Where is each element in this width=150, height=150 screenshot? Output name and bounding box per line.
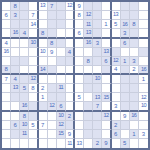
cell-r1c15[interactable] bbox=[130, 2, 139, 11]
cell-r6c4[interactable] bbox=[29, 48, 38, 57]
cell-r3c4[interactable]: 14 bbox=[29, 20, 38, 29]
cell-r12c5[interactable] bbox=[39, 102, 48, 111]
cell-r3c9[interactable] bbox=[75, 20, 84, 29]
cell-r9c9[interactable] bbox=[75, 75, 84, 84]
cell-r7c2[interactable] bbox=[11, 57, 20, 66]
cell-r16c8[interactable]: 11 bbox=[66, 139, 75, 148]
cell-r9c10[interactable] bbox=[84, 75, 93, 84]
cell-r1c12[interactable] bbox=[102, 2, 111, 11]
cell-r6c14[interactable] bbox=[121, 48, 130, 57]
cell-r14c9[interactable] bbox=[75, 121, 84, 130]
cell-r11c15[interactable] bbox=[130, 93, 139, 102]
cell-r2c15[interactable] bbox=[130, 11, 139, 20]
cell-r12c11[interactable]: 7 bbox=[93, 102, 102, 111]
cell-r9c5[interactable] bbox=[39, 75, 48, 84]
cell-r8c6[interactable] bbox=[48, 66, 57, 75]
cell-r2c8[interactable] bbox=[66, 11, 75, 20]
cell-r1c8[interactable]: 12 bbox=[66, 2, 75, 11]
cell-r2c11[interactable] bbox=[93, 11, 102, 20]
cell-r8c12[interactable] bbox=[102, 66, 111, 75]
cell-r14c11[interactable] bbox=[93, 121, 102, 130]
cell-r10c3[interactable]: 5 bbox=[20, 84, 29, 93]
cell-r13c9[interactable] bbox=[75, 112, 84, 121]
cell-r11c5[interactable]: 1 bbox=[39, 93, 48, 102]
cell-r12c10[interactable] bbox=[84, 102, 93, 111]
cell-r5c11[interactable]: 3 bbox=[93, 39, 102, 48]
cell-r15c14[interactable] bbox=[121, 130, 130, 139]
cell-r1c9[interactable]: 9 bbox=[75, 2, 84, 11]
cell-r16c1[interactable] bbox=[2, 139, 11, 148]
cell-r9c16[interactable]: 1 bbox=[139, 75, 148, 84]
cell-r8c15[interactable]: 2 bbox=[130, 66, 139, 75]
cell-r7c4[interactable] bbox=[29, 57, 38, 66]
cell-r15c5[interactable] bbox=[39, 130, 48, 139]
cell-r2c1[interactable]: 6 bbox=[2, 11, 11, 20]
cell-r10c16[interactable] bbox=[139, 84, 148, 93]
cell-r5c4[interactable]: 10 bbox=[29, 39, 38, 48]
cell-r5c9[interactable] bbox=[75, 39, 84, 48]
cell-r11c10[interactable] bbox=[84, 93, 93, 102]
cell-r6c9[interactable] bbox=[75, 48, 84, 57]
cell-r8c2[interactable] bbox=[11, 66, 20, 75]
cell-r1c1[interactable] bbox=[2, 2, 11, 11]
cell-r1c4[interactable] bbox=[29, 2, 38, 11]
cell-r4c5[interactable]: 8 bbox=[39, 29, 48, 38]
cell-r15c1[interactable] bbox=[2, 130, 11, 139]
cell-r14c16[interactable] bbox=[139, 121, 148, 130]
cell-r9c13[interactable] bbox=[112, 75, 121, 84]
cell-r13c4[interactable] bbox=[29, 112, 38, 121]
cell-r6c11[interactable] bbox=[93, 48, 102, 57]
cell-r2c13[interactable]: 13 bbox=[112, 11, 121, 20]
cell-r4c3[interactable]: 4 bbox=[20, 29, 29, 38]
cell-r5c3[interactable] bbox=[20, 39, 29, 48]
cell-r4c9[interactable]: 6 bbox=[75, 29, 84, 38]
cell-r9c12[interactable] bbox=[102, 75, 111, 84]
cell-r7c16[interactable] bbox=[139, 57, 148, 66]
cell-r8c8[interactable] bbox=[66, 66, 75, 75]
cell-r13c3[interactable]: 8 bbox=[20, 112, 29, 121]
cell-r2c10[interactable]: 12 bbox=[84, 11, 93, 20]
cell-r14c3[interactable]: 10 bbox=[20, 121, 29, 130]
cell-r2c6[interactable] bbox=[48, 11, 57, 20]
cell-r6c13[interactable] bbox=[112, 48, 121, 57]
cell-r4c12[interactable] bbox=[102, 29, 111, 38]
cell-r4c11[interactable] bbox=[93, 29, 102, 38]
cell-r15c4[interactable] bbox=[29, 130, 38, 139]
cell-r4c2[interactable]: 16 bbox=[11, 29, 20, 38]
cell-r1c13[interactable] bbox=[112, 2, 121, 11]
cell-r16c2[interactable] bbox=[11, 139, 20, 148]
cell-r13c13[interactable] bbox=[112, 112, 121, 121]
cell-r9c11[interactable]: 10 bbox=[93, 75, 102, 84]
cell-r6c3[interactable] bbox=[20, 48, 29, 57]
cell-r11c4[interactable] bbox=[29, 93, 38, 102]
cell-r7c5[interactable] bbox=[39, 57, 48, 66]
cell-r1c3[interactable] bbox=[20, 2, 29, 11]
cell-r16c10[interactable] bbox=[84, 139, 93, 148]
cell-r6c12[interactable]: 13 bbox=[102, 48, 111, 57]
cell-r9c3[interactable] bbox=[20, 75, 29, 84]
cell-r10c8[interactable] bbox=[66, 84, 75, 93]
cell-r3c11[interactable] bbox=[93, 20, 102, 29]
cell-r10c15[interactable] bbox=[130, 84, 139, 93]
cell-r12c2[interactable] bbox=[11, 102, 20, 111]
cell-r2c2[interactable]: 3 bbox=[11, 11, 20, 20]
cell-r11c13[interactable] bbox=[112, 93, 121, 102]
cell-r15c2[interactable] bbox=[11, 130, 20, 139]
cell-r2c12[interactable] bbox=[102, 11, 111, 20]
cell-r13c2[interactable] bbox=[11, 112, 20, 121]
cell-r4c14[interactable]: 3 bbox=[121, 29, 130, 38]
cell-r12c15[interactable] bbox=[130, 102, 139, 111]
cell-r7c15[interactable]: 3 bbox=[130, 57, 139, 66]
cell-r13c12[interactable]: 12 bbox=[102, 112, 111, 121]
cell-r5c15[interactable] bbox=[130, 39, 139, 48]
cell-r7c3[interactable] bbox=[20, 57, 29, 66]
cell-r10c14[interactable] bbox=[121, 84, 130, 93]
cell-r1c14[interactable] bbox=[121, 2, 130, 11]
cell-r16c11[interactable]: 2 bbox=[93, 139, 102, 148]
cell-r3c6[interactable] bbox=[48, 20, 57, 29]
cell-r5c12[interactable] bbox=[102, 39, 111, 48]
cell-r10c7[interactable]: 11 bbox=[57, 84, 66, 93]
cell-r4c13[interactable] bbox=[112, 29, 121, 38]
cell-r16c13[interactable] bbox=[112, 139, 121, 148]
cell-r14c6[interactable] bbox=[48, 121, 57, 130]
cell-r2c7[interactable] bbox=[57, 11, 66, 20]
cell-r10c9[interactable] bbox=[75, 84, 84, 93]
cell-r6c1[interactable]: 16 bbox=[2, 48, 11, 57]
cell-r14c10[interactable] bbox=[84, 121, 93, 130]
cell-r11c14[interactable] bbox=[121, 93, 130, 102]
cell-r8c3[interactable] bbox=[20, 66, 29, 75]
cell-r7c9[interactable] bbox=[75, 57, 84, 66]
cell-r16c6[interactable] bbox=[48, 139, 57, 148]
cell-r6c8[interactable]: 4 bbox=[66, 48, 75, 57]
cell-r2c4[interactable]: 7 bbox=[29, 11, 38, 20]
cell-r11c7[interactable] bbox=[57, 93, 66, 102]
cell-r15c9[interactable] bbox=[75, 130, 84, 139]
cell-r9c4[interactable]: 12 bbox=[29, 75, 38, 84]
cell-r7c7[interactable] bbox=[57, 57, 66, 66]
cell-r11c2[interactable] bbox=[11, 93, 20, 102]
cell-r9c2[interactable]: 4 bbox=[11, 75, 20, 84]
cell-r12c3[interactable]: 16 bbox=[20, 102, 29, 111]
cell-r8c4[interactable] bbox=[29, 66, 38, 75]
cell-r2c9[interactable]: 8 bbox=[75, 11, 84, 20]
cell-r13c5[interactable] bbox=[39, 112, 48, 121]
cell-r15c3[interactable]: 11 bbox=[20, 130, 29, 139]
cell-r4c8[interactable] bbox=[66, 29, 75, 38]
cell-r13c7[interactable]: 10 bbox=[57, 112, 66, 121]
cell-r3c13[interactable]: 5 bbox=[112, 20, 121, 29]
cell-r5c16[interactable] bbox=[139, 39, 148, 48]
cell-r4c16[interactable] bbox=[139, 29, 148, 38]
cell-r12c6[interactable]: 12 bbox=[48, 102, 57, 111]
cell-r2c14[interactable] bbox=[121, 11, 130, 20]
cell-r16c5[interactable] bbox=[39, 139, 48, 148]
cell-r13c15[interactable]: 16 bbox=[130, 112, 139, 121]
cell-r12c7[interactable]: 6 bbox=[57, 102, 66, 111]
cell-r11c12[interactable]: 15 bbox=[102, 93, 111, 102]
cell-r12c13[interactable]: 3 bbox=[112, 102, 121, 111]
cell-r9c6[interactable] bbox=[48, 75, 57, 84]
cell-r14c15[interactable] bbox=[130, 121, 139, 130]
cell-r13c16[interactable] bbox=[139, 112, 148, 121]
cell-r6c7[interactable] bbox=[57, 48, 66, 57]
cell-r13c10[interactable] bbox=[84, 112, 93, 121]
cell-r8c5[interactable]: 14 bbox=[39, 66, 48, 75]
cell-r14c5[interactable]: 7 bbox=[39, 121, 48, 130]
cell-r13c1[interactable] bbox=[2, 112, 11, 121]
cell-r2c5[interactable] bbox=[39, 11, 48, 20]
cell-r10c12[interactable] bbox=[102, 84, 111, 93]
cell-r2c16[interactable] bbox=[139, 11, 148, 20]
cell-r9c7[interactable] bbox=[57, 75, 66, 84]
cell-r10c6[interactable] bbox=[48, 84, 57, 93]
cell-r6c15[interactable] bbox=[130, 48, 139, 57]
cell-r1c6[interactable]: 7 bbox=[48, 2, 57, 11]
cell-r12c4[interactable] bbox=[29, 102, 38, 111]
cell-r3c12[interactable]: 1 bbox=[102, 20, 111, 29]
cell-r10c4[interactable]: 8 bbox=[29, 84, 38, 93]
cell-r7c1[interactable] bbox=[2, 57, 11, 66]
cell-r5c1[interactable]: 4 bbox=[2, 39, 11, 48]
cell-r14c14[interactable] bbox=[121, 121, 130, 130]
cell-r14c13[interactable]: 2 bbox=[112, 121, 121, 130]
cell-r5c2[interactable] bbox=[11, 39, 20, 48]
cell-r6c6[interactable]: 9 bbox=[48, 48, 57, 57]
cell-r10c10[interactable] bbox=[84, 84, 93, 93]
cell-r7c14[interactable]: 1 bbox=[121, 57, 130, 66]
cell-r9c14[interactable] bbox=[121, 75, 130, 84]
cell-r11c1[interactable] bbox=[2, 93, 11, 102]
cell-r12c9[interactable] bbox=[75, 102, 84, 111]
cell-r5c6[interactable]: 8 bbox=[48, 39, 57, 48]
cell-r13c11[interactable] bbox=[93, 112, 102, 121]
cell-r15c11[interactable] bbox=[93, 130, 102, 139]
cell-r1c5[interactable]: 13 bbox=[39, 2, 48, 11]
cell-r8c9[interactable] bbox=[75, 66, 84, 75]
cell-r12c12[interactable] bbox=[102, 102, 111, 111]
cell-r16c7[interactable] bbox=[57, 139, 66, 148]
cell-r5c7[interactable] bbox=[57, 39, 66, 48]
cell-r3c15[interactable]: 8 bbox=[130, 20, 139, 29]
cell-r8c11[interactable] bbox=[93, 66, 102, 75]
cell-r4c15[interactable] bbox=[130, 29, 139, 38]
cell-r12c14[interactable] bbox=[121, 102, 130, 111]
cell-r7c12[interactable]: 6 bbox=[102, 57, 111, 66]
sudoku-16x16-board: 8137129637812131411151681648613341081636… bbox=[0, 0, 150, 150]
cell-r14c7[interactable]: 12 bbox=[57, 121, 66, 130]
cell-r16c15[interactable] bbox=[130, 139, 139, 148]
cell-r1c7[interactable] bbox=[57, 2, 66, 11]
cell-r6c16[interactable] bbox=[139, 48, 148, 57]
cell-r3c14[interactable]: 16 bbox=[121, 20, 130, 29]
cell-r9c1[interactable]: 7 bbox=[2, 75, 11, 84]
cell-r15c8[interactable]: 9 bbox=[66, 130, 75, 139]
cell-r1c2[interactable]: 8 bbox=[11, 2, 20, 11]
cell-r5c14[interactable]: 6 bbox=[121, 39, 130, 48]
cell-r16c16[interactable] bbox=[139, 139, 148, 148]
cell-r6c2[interactable] bbox=[11, 48, 20, 57]
cell-r16c12[interactable]: 9 bbox=[102, 139, 111, 148]
cell-r15c10[interactable] bbox=[84, 130, 93, 139]
cell-r3c7[interactable] bbox=[57, 20, 66, 29]
cell-r14c12[interactable] bbox=[102, 121, 111, 130]
cell-r5c13[interactable] bbox=[112, 39, 121, 48]
cell-r4c6[interactable] bbox=[48, 29, 57, 38]
cell-r16c3[interactable] bbox=[20, 139, 29, 148]
cell-r15c15[interactable]: 1 bbox=[130, 130, 139, 139]
cell-r7c10[interactable]: 8 bbox=[84, 57, 93, 66]
cell-r15c16[interactable]: 3 bbox=[139, 130, 148, 139]
cell-r15c7[interactable]: 15 bbox=[57, 130, 66, 139]
cell-r11c6[interactable] bbox=[48, 93, 57, 102]
cell-r11c8[interactable] bbox=[66, 93, 75, 102]
cell-r8c16[interactable]: 16 bbox=[139, 66, 148, 75]
cell-r3c16[interactable] bbox=[139, 20, 148, 29]
cell-r7c8[interactable] bbox=[66, 57, 75, 66]
cell-r8c7[interactable] bbox=[57, 66, 66, 75]
cell-r4c1[interactable] bbox=[2, 29, 11, 38]
cell-r1c10[interactable] bbox=[84, 2, 93, 11]
cell-r5c8[interactable] bbox=[66, 39, 75, 48]
cell-r15c6[interactable] bbox=[48, 130, 57, 139]
cell-r3c8[interactable] bbox=[66, 20, 75, 29]
cell-r12c16[interactable]: 10 bbox=[139, 102, 148, 111]
cell-r11c3[interactable] bbox=[20, 93, 29, 102]
cell-r16c4[interactable] bbox=[29, 139, 38, 148]
cell-r11c9[interactable]: 5 bbox=[75, 93, 84, 102]
cell-r7c6[interactable] bbox=[48, 57, 57, 66]
cell-r13c6[interactable] bbox=[48, 112, 57, 121]
cell-r9c8[interactable] bbox=[66, 75, 75, 84]
cell-r10c11[interactable] bbox=[93, 84, 102, 93]
cell-r4c4[interactable] bbox=[29, 29, 38, 38]
cell-r6c10[interactable] bbox=[84, 48, 93, 57]
cell-r15c13[interactable]: 6 bbox=[112, 130, 121, 139]
cell-r12c1[interactable] bbox=[2, 102, 11, 111]
cell-r13c8[interactable]: 2 bbox=[66, 112, 75, 121]
cell-r15c12[interactable] bbox=[102, 130, 111, 139]
cell-r16c14[interactable]: 5 bbox=[121, 139, 130, 148]
cell-r14c8[interactable] bbox=[66, 121, 75, 130]
cell-r8c13[interactable]: 4 bbox=[112, 66, 121, 75]
cell-r3c2[interactable] bbox=[11, 20, 20, 29]
cell-r8c10[interactable] bbox=[84, 66, 93, 75]
cell-r6c5[interactable]: 10 bbox=[39, 48, 48, 57]
cell-r3c10[interactable]: 11 bbox=[84, 20, 93, 29]
cell-r7c13[interactable]: 12 bbox=[112, 57, 121, 66]
cell-r8c1[interactable]: 8 bbox=[2, 66, 11, 75]
cell-r1c16[interactable] bbox=[139, 2, 148, 11]
cell-r5c5[interactable] bbox=[39, 39, 48, 48]
cell-r4c7[interactable] bbox=[57, 29, 66, 38]
cell-r14c4[interactable]: 5 bbox=[29, 121, 38, 130]
cell-r9c15[interactable] bbox=[130, 75, 139, 84]
cell-r10c5[interactable]: 2 bbox=[39, 84, 48, 93]
cell-r11c11[interactable]: 13 bbox=[93, 93, 102, 102]
cell-r16c9[interactable]: 13 bbox=[75, 139, 84, 148]
cell-r2c3[interactable] bbox=[20, 11, 29, 20]
cell-r13c14[interactable]: 9 bbox=[121, 112, 130, 121]
cell-r3c5[interactable] bbox=[39, 20, 48, 29]
cell-r7c11[interactable] bbox=[93, 57, 102, 66]
cell-r3c3[interactable] bbox=[20, 20, 29, 29]
cell-r14c2[interactable]: 6 bbox=[11, 121, 20, 130]
cell-r1c11[interactable] bbox=[93, 2, 102, 11]
cell-r5c10[interactable]: 16 bbox=[84, 39, 93, 48]
cell-r3c1[interactable] bbox=[2, 20, 11, 29]
cell-r8c14[interactable] bbox=[121, 66, 130, 75]
cell-r10c2[interactable]: 13 bbox=[11, 84, 20, 93]
cell-r11c16[interactable]: 12 bbox=[139, 93, 148, 102]
cell-r14c1[interactable] bbox=[2, 121, 11, 130]
cell-r12c8[interactable] bbox=[66, 102, 75, 111]
cell-r10c13[interactable] bbox=[112, 84, 121, 93]
cell-r10c1[interactable] bbox=[2, 84, 11, 93]
cell-r4c10[interactable]: 13 bbox=[84, 29, 93, 38]
